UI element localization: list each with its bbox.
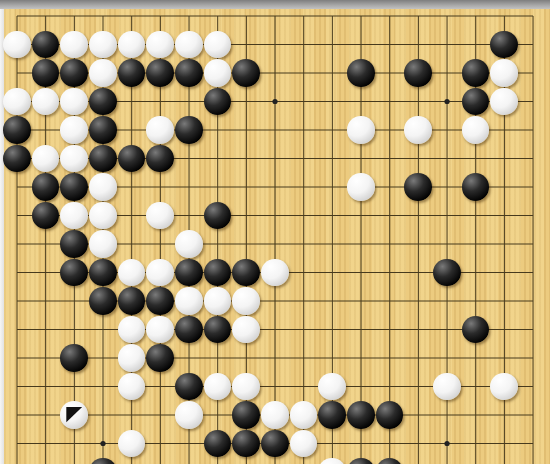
black-stone <box>60 173 88 201</box>
black-stone <box>146 145 174 173</box>
black-stone <box>89 145 117 173</box>
white-stone <box>204 59 232 87</box>
white-stone <box>433 373 461 401</box>
white-stone <box>175 230 203 258</box>
black-stone <box>204 259 232 287</box>
black-stone <box>347 401 375 429</box>
white-stone <box>232 287 260 315</box>
white-stone <box>60 31 88 59</box>
black-stone <box>347 59 375 87</box>
black-stone <box>462 316 490 344</box>
go-app-window <box>0 0 550 464</box>
white-stone <box>146 31 174 59</box>
white-stone <box>89 59 117 87</box>
white-stone <box>318 373 346 401</box>
black-stone <box>232 59 260 87</box>
white-stone <box>261 401 289 429</box>
white-stone <box>118 259 146 287</box>
white-stone <box>290 401 318 429</box>
white-stone <box>60 116 88 144</box>
white-stone <box>118 316 146 344</box>
black-stone <box>204 316 232 344</box>
white-stone <box>118 373 146 401</box>
black-stone <box>146 287 174 315</box>
black-stone <box>32 31 60 59</box>
black-stone <box>175 59 203 87</box>
white-stone <box>60 202 88 230</box>
black-stone <box>3 145 31 173</box>
black-stone <box>232 259 260 287</box>
black-stone <box>89 287 117 315</box>
white-stone <box>175 401 203 429</box>
white-stone <box>290 430 318 458</box>
black-stone <box>462 88 490 116</box>
black-stone <box>89 259 117 287</box>
white-stone <box>146 202 174 230</box>
white-stone <box>204 31 232 59</box>
black-stone <box>32 59 60 87</box>
white-stone <box>490 373 518 401</box>
black-stone <box>232 401 260 429</box>
white-stone <box>462 116 490 144</box>
black-stone <box>204 88 232 116</box>
white-stone <box>175 31 203 59</box>
black-stone <box>146 59 174 87</box>
black-stone <box>175 116 203 144</box>
black-stone <box>462 59 490 87</box>
white-stone <box>232 316 260 344</box>
white-stone <box>60 401 88 429</box>
black-stone <box>204 202 232 230</box>
white-stone <box>118 430 146 458</box>
white-stone <box>89 31 117 59</box>
black-stone <box>89 458 117 464</box>
black-stone <box>118 59 146 87</box>
white-stone <box>318 458 346 464</box>
black-stone <box>347 458 375 464</box>
white-stone <box>32 88 60 116</box>
white-stone <box>490 88 518 116</box>
white-stone <box>118 344 146 372</box>
black-stone <box>118 287 146 315</box>
black-stone <box>3 116 31 144</box>
black-stone <box>318 401 346 429</box>
black-stone <box>204 430 232 458</box>
white-stone <box>118 31 146 59</box>
white-stone <box>3 88 31 116</box>
black-stone <box>404 59 432 87</box>
white-stone <box>89 173 117 201</box>
black-stone <box>32 173 60 201</box>
white-stone <box>204 373 232 401</box>
white-stone <box>490 59 518 87</box>
white-stone <box>89 202 117 230</box>
white-stone <box>347 116 375 144</box>
black-stone <box>404 173 432 201</box>
black-stone <box>232 430 260 458</box>
black-stone <box>60 59 88 87</box>
white-stone <box>204 287 232 315</box>
black-stone <box>376 458 404 464</box>
white-stone <box>60 88 88 116</box>
white-stone <box>175 287 203 315</box>
black-stone <box>89 88 117 116</box>
black-stone <box>146 344 174 372</box>
black-stone <box>376 401 404 429</box>
white-stone <box>89 230 117 258</box>
black-stone <box>118 145 146 173</box>
black-stone <box>261 430 289 458</box>
white-stone <box>232 373 260 401</box>
black-stone <box>60 259 88 287</box>
black-stone <box>433 259 461 287</box>
black-stone <box>175 373 203 401</box>
stones-layer <box>3 2 548 464</box>
black-stone <box>60 344 88 372</box>
white-stone <box>146 259 174 287</box>
black-stone <box>32 202 60 230</box>
white-stone <box>404 116 432 144</box>
last-move-triangle-marker <box>66 406 83 423</box>
white-stone <box>261 259 289 287</box>
black-stone <box>490 31 518 59</box>
black-stone <box>60 230 88 258</box>
black-stone <box>89 116 117 144</box>
white-stone <box>3 31 31 59</box>
white-stone <box>146 316 174 344</box>
black-stone <box>462 173 490 201</box>
black-stone <box>175 259 203 287</box>
white-stone <box>32 145 60 173</box>
white-stone <box>146 116 174 144</box>
white-stone <box>347 173 375 201</box>
black-stone <box>175 316 203 344</box>
white-stone <box>60 145 88 173</box>
